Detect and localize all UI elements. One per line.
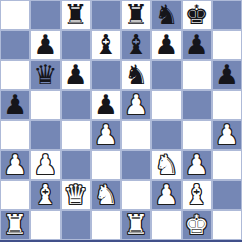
- piece-white-rook[interactable]: ♜: [3, 211, 27, 238]
- square-g6[interactable]: [182, 60, 212, 90]
- square-a5[interactable]: ♟: [0, 90, 30, 120]
- square-c7[interactable]: [61, 30, 91, 60]
- piece-white-pawn[interactable]: ♟: [33, 151, 57, 178]
- piece-white-bishop[interactable]: ♝: [185, 181, 209, 208]
- square-d3[interactable]: [91, 150, 121, 180]
- square-b8[interactable]: [30, 0, 60, 30]
- square-e1[interactable]: ♜: [121, 210, 151, 240]
- piece-white-bishop[interactable]: ♝: [33, 181, 57, 208]
- piece-white-pawn[interactable]: ♟: [185, 151, 209, 178]
- piece-black-pawn[interactable]: ♟: [33, 31, 57, 58]
- square-a1[interactable]: ♜: [0, 210, 30, 240]
- square-e4[interactable]: [121, 120, 151, 150]
- square-d4[interactable]: ♟: [91, 120, 121, 150]
- square-f2[interactable]: ♟: [151, 180, 181, 210]
- square-f4[interactable]: [151, 120, 181, 150]
- piece-black-knight[interactable]: ♞: [154, 1, 178, 28]
- square-d7[interactable]: ♝: [91, 30, 121, 60]
- square-f7[interactable]: ♟: [151, 30, 181, 60]
- square-e7[interactable]: ♝: [121, 30, 151, 60]
- piece-white-rook[interactable]: ♜: [124, 211, 148, 238]
- square-g3[interactable]: ♟: [182, 150, 212, 180]
- piece-black-rook[interactable]: ♜: [124, 1, 148, 28]
- square-a8[interactable]: [0, 0, 30, 30]
- square-h4[interactable]: ♟: [212, 120, 242, 150]
- square-h1[interactable]: [212, 210, 242, 240]
- square-d6[interactable]: [91, 60, 121, 90]
- square-e3[interactable]: [121, 150, 151, 180]
- square-d8[interactable]: [91, 0, 121, 30]
- square-a4[interactable]: [0, 120, 30, 150]
- piece-white-pawn[interactable]: ♟: [215, 121, 239, 148]
- square-h6[interactable]: ♟: [212, 60, 242, 90]
- piece-white-king[interactable]: ♚: [185, 211, 209, 238]
- square-c5[interactable]: [61, 90, 91, 120]
- piece-black-knight[interactable]: ♞: [124, 61, 148, 88]
- square-b5[interactable]: [30, 90, 60, 120]
- square-b1[interactable]: [30, 210, 60, 240]
- square-c8[interactable]: ♜: [61, 0, 91, 30]
- square-d5[interactable]: ♟: [91, 90, 121, 120]
- piece-black-rook[interactable]: ♜: [64, 1, 88, 28]
- piece-black-queen[interactable]: ♛: [33, 61, 57, 88]
- square-a7[interactable]: [0, 30, 30, 60]
- piece-white-knight[interactable]: ♞: [94, 181, 118, 208]
- piece-black-pawn[interactable]: ♟: [215, 61, 239, 88]
- piece-black-pawn[interactable]: ♟: [3, 91, 27, 118]
- square-e5[interactable]: ♟: [121, 90, 151, 120]
- square-g2[interactable]: ♝: [182, 180, 212, 210]
- square-g8[interactable]: ♚: [182, 0, 212, 30]
- square-c6[interactable]: ♟: [61, 60, 91, 90]
- piece-black-pawn[interactable]: ♟: [154, 31, 178, 58]
- piece-black-pawn[interactable]: ♟: [94, 91, 118, 118]
- square-f8[interactable]: ♞: [151, 0, 181, 30]
- piece-white-pawn[interactable]: ♟: [3, 151, 27, 178]
- square-h7[interactable]: [212, 30, 242, 60]
- square-b7[interactable]: ♟: [30, 30, 60, 60]
- piece-black-king[interactable]: ♚: [185, 1, 209, 28]
- square-g5[interactable]: [182, 90, 212, 120]
- square-c4[interactable]: [61, 120, 91, 150]
- square-a2[interactable]: [0, 180, 30, 210]
- piece-white-pawn[interactable]: ♟: [154, 181, 178, 208]
- square-e6[interactable]: ♞: [121, 60, 151, 90]
- square-h2[interactable]: [212, 180, 242, 210]
- square-b6[interactable]: ♛: [30, 60, 60, 90]
- square-c3[interactable]: [61, 150, 91, 180]
- square-f3[interactable]: ♞: [151, 150, 181, 180]
- square-e2[interactable]: [121, 180, 151, 210]
- piece-white-pawn[interactable]: ♟: [124, 91, 148, 118]
- square-f5[interactable]: [151, 90, 181, 120]
- square-g1[interactable]: ♚: [182, 210, 212, 240]
- square-e8[interactable]: ♜: [121, 0, 151, 30]
- square-d2[interactable]: ♞: [91, 180, 121, 210]
- square-h8[interactable]: [212, 0, 242, 30]
- square-d1[interactable]: [91, 210, 121, 240]
- square-g7[interactable]: ♟: [182, 30, 212, 60]
- square-a6[interactable]: [0, 60, 30, 90]
- piece-black-pawn[interactable]: ♟: [185, 31, 209, 58]
- square-f1[interactable]: [151, 210, 181, 240]
- piece-white-knight[interactable]: ♞: [154, 151, 178, 178]
- chess-board: ♜♜♞♚♟♝♝♟♟♛♟♞♟♟♟♟♟♟♟♟♞♟♝♛♞♟♝♜♜♚: [0, 0, 242, 242]
- square-a3[interactable]: ♟: [0, 150, 30, 180]
- piece-black-pawn[interactable]: ♟: [64, 61, 88, 88]
- piece-white-queen[interactable]: ♛: [64, 181, 88, 208]
- square-b2[interactable]: ♝: [30, 180, 60, 210]
- piece-black-bishop[interactable]: ♝: [124, 31, 148, 58]
- square-c1[interactable]: [61, 210, 91, 240]
- square-h5[interactable]: [212, 90, 242, 120]
- piece-white-pawn[interactable]: ♟: [94, 121, 118, 148]
- chess-board-container: ♜♜♞♚♟♝♝♟♟♛♟♞♟♟♟♟♟♟♟♟♞♟♝♛♞♟♝♜♜♚: [0, 0, 242, 242]
- square-c2[interactable]: ♛: [61, 180, 91, 210]
- square-h3[interactable]: [212, 150, 242, 180]
- square-b3[interactable]: ♟: [30, 150, 60, 180]
- square-f6[interactable]: [151, 60, 181, 90]
- square-g4[interactable]: [182, 120, 212, 150]
- piece-black-bishop[interactable]: ♝: [94, 31, 118, 58]
- square-b4[interactable]: [30, 120, 60, 150]
